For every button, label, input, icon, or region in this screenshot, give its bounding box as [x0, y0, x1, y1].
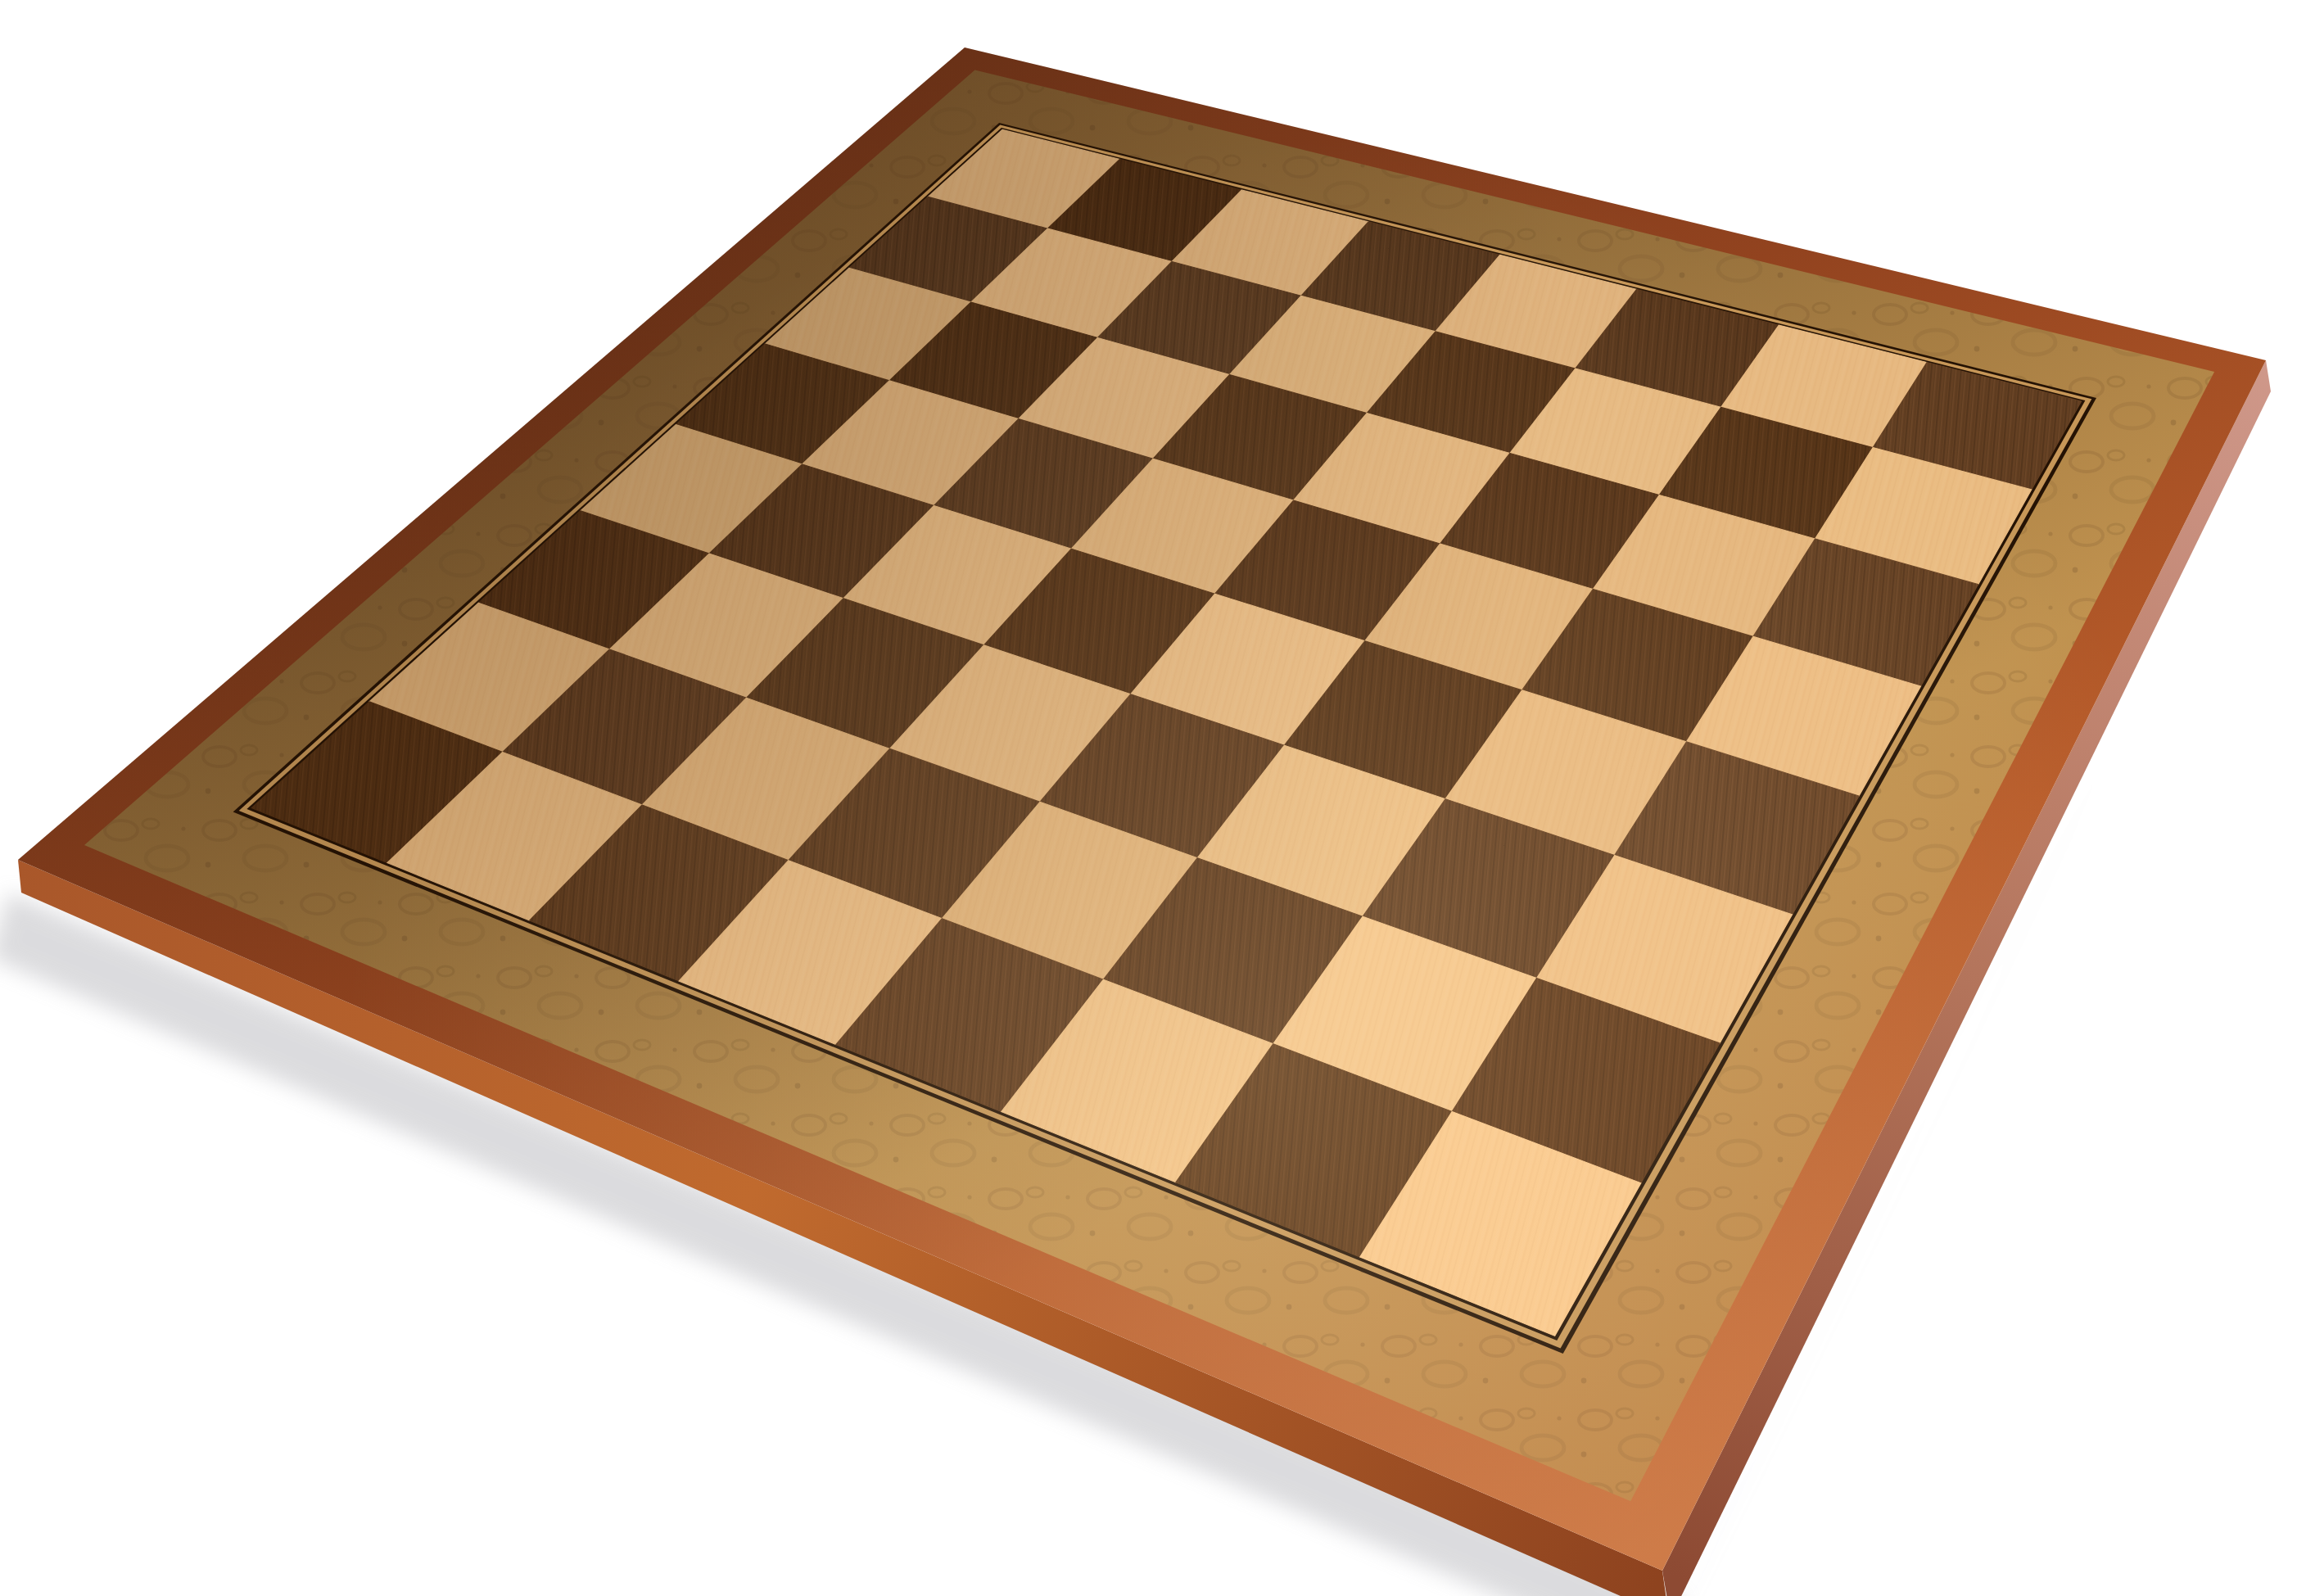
chessboard-photo: [0, 0, 2306, 1596]
product-photo-canvas: [0, 0, 2306, 1596]
lighting-shade: [18, 47, 2266, 1571]
